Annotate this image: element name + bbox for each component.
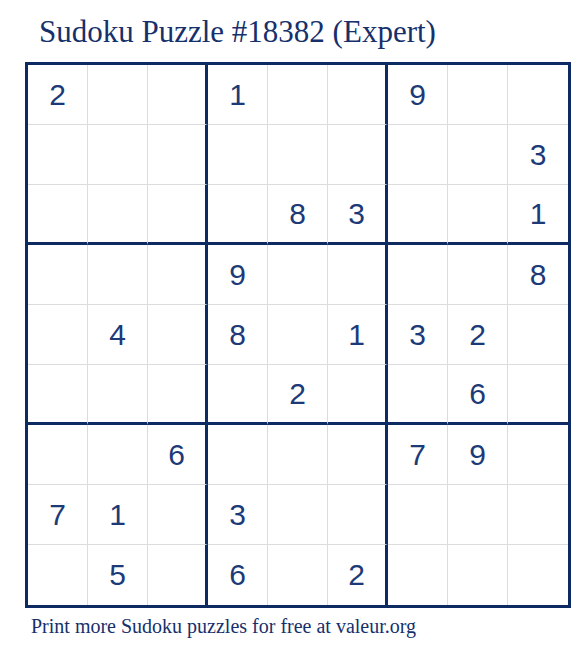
- cell-r1c7[interactable]: 9: [388, 65, 448, 125]
- cell-r9c8[interactable]: [448, 545, 508, 605]
- cell-r2c1[interactable]: [28, 125, 88, 185]
- given-digit: 1: [109, 498, 126, 532]
- cell-r8c4[interactable]: 3: [208, 485, 268, 545]
- cell-r8c6[interactable]: [328, 485, 388, 545]
- cell-r7c6[interactable]: [328, 425, 388, 485]
- cell-r7c9[interactable]: [508, 425, 568, 485]
- cell-r3c3[interactable]: [148, 185, 208, 245]
- cell-r5c7[interactable]: 3: [388, 305, 448, 365]
- cell-r3c2[interactable]: [88, 185, 148, 245]
- cell-r2c2[interactable]: [88, 125, 148, 185]
- given-digit: 2: [49, 78, 66, 112]
- cell-r2c4[interactable]: [208, 125, 268, 185]
- cell-r3c5[interactable]: 8: [268, 185, 328, 245]
- cell-r6c4[interactable]: [208, 365, 268, 425]
- cell-r1c3[interactable]: [148, 65, 208, 125]
- cell-r1c1[interactable]: 2: [28, 65, 88, 125]
- cell-r9c2[interactable]: 5: [88, 545, 148, 605]
- given-digit: 3: [530, 138, 547, 172]
- cell-r5c4[interactable]: 8: [208, 305, 268, 365]
- cell-r4c7[interactable]: [388, 245, 448, 305]
- given-digit: 2: [469, 318, 486, 352]
- cell-r5c6[interactable]: 1: [328, 305, 388, 365]
- given-digit: 8: [289, 197, 306, 231]
- given-digit: 2: [348, 558, 365, 592]
- cell-r8c7[interactable]: [388, 485, 448, 545]
- cell-r1c4[interactable]: 1: [208, 65, 268, 125]
- cell-r6c8[interactable]: 6: [448, 365, 508, 425]
- cell-r4c3[interactable]: [148, 245, 208, 305]
- cell-r8c9[interactable]: [508, 485, 568, 545]
- cell-r2c9[interactable]: 3: [508, 125, 568, 185]
- cell-r7c2[interactable]: [88, 425, 148, 485]
- cell-r5c3[interactable]: [148, 305, 208, 365]
- cell-r3c8[interactable]: [448, 185, 508, 245]
- given-digit: 1: [348, 318, 365, 352]
- cell-r8c8[interactable]: [448, 485, 508, 545]
- given-digit: 9: [469, 438, 486, 472]
- cell-r9c9[interactable]: [508, 545, 568, 605]
- footer-text: Print more Sudoku puzzles for free at va…: [31, 615, 416, 638]
- cell-r2c6[interactable]: [328, 125, 388, 185]
- given-digit: 3: [409, 318, 426, 352]
- cell-r9c7[interactable]: [388, 545, 448, 605]
- cell-r5c9[interactable]: [508, 305, 568, 365]
- cell-r6c7[interactable]: [388, 365, 448, 425]
- cell-r7c4[interactable]: [208, 425, 268, 485]
- cell-r4c6[interactable]: [328, 245, 388, 305]
- given-digit: 3: [229, 498, 246, 532]
- cell-r9c5[interactable]: [268, 545, 328, 605]
- given-digit: 9: [409, 78, 426, 112]
- cell-r8c2[interactable]: 1: [88, 485, 148, 545]
- cell-r6c2[interactable]: [88, 365, 148, 425]
- given-digit: 5: [109, 558, 126, 592]
- given-digit: 6: [469, 377, 486, 411]
- cell-r7c5[interactable]: [268, 425, 328, 485]
- given-digit: 3: [348, 197, 365, 231]
- cell-r1c2[interactable]: [88, 65, 148, 125]
- given-digit: 9: [229, 258, 246, 292]
- cell-r1c6[interactable]: [328, 65, 388, 125]
- cell-r5c1[interactable]: [28, 305, 88, 365]
- sudoku-page: Sudoku Puzzle #18382 (Expert) 2193831984…: [0, 0, 580, 651]
- cell-r5c5[interactable]: [268, 305, 328, 365]
- cell-r6c3[interactable]: [148, 365, 208, 425]
- cell-r3c9[interactable]: 1: [508, 185, 568, 245]
- given-digit: 7: [409, 438, 426, 472]
- given-digit: 7: [49, 498, 66, 532]
- cell-r3c1[interactable]: [28, 185, 88, 245]
- cell-r8c3[interactable]: [148, 485, 208, 545]
- given-digit: 8: [530, 258, 547, 292]
- cell-r5c8[interactable]: 2: [448, 305, 508, 365]
- cell-r6c9[interactable]: [508, 365, 568, 425]
- cell-r7c3[interactable]: 6: [148, 425, 208, 485]
- cell-r8c5[interactable]: [268, 485, 328, 545]
- cell-r2c7[interactable]: [388, 125, 448, 185]
- sudoku-grid: 2193831984813226679713562: [25, 62, 571, 608]
- cell-r7c8[interactable]: 9: [448, 425, 508, 485]
- cell-r9c1[interactable]: [28, 545, 88, 605]
- given-digit: 1: [530, 197, 547, 231]
- given-digit: 6: [168, 438, 185, 472]
- given-digit: 2: [289, 377, 306, 411]
- cell-r3c4[interactable]: [208, 185, 268, 245]
- cell-r4c4[interactable]: 9: [208, 245, 268, 305]
- cell-r6c5[interactable]: 2: [268, 365, 328, 425]
- cell-r3c7[interactable]: [388, 185, 448, 245]
- cell-r9c4[interactable]: 6: [208, 545, 268, 605]
- cell-r1c9[interactable]: [508, 65, 568, 125]
- cell-r8c1[interactable]: 7: [28, 485, 88, 545]
- cell-r6c1[interactable]: [28, 365, 88, 425]
- cell-r6c6[interactable]: [328, 365, 388, 425]
- cell-r9c3[interactable]: [148, 545, 208, 605]
- cell-r4c5[interactable]: [268, 245, 328, 305]
- given-digit: 1: [229, 78, 246, 112]
- given-digit: 8: [229, 318, 246, 352]
- cell-r1c5[interactable]: [268, 65, 328, 125]
- cell-r4c8[interactable]: [448, 245, 508, 305]
- cell-r3c6[interactable]: 3: [328, 185, 388, 245]
- cell-r4c2[interactable]: [88, 245, 148, 305]
- cell-r2c5[interactable]: [268, 125, 328, 185]
- cell-r9c6[interactable]: 2: [328, 545, 388, 605]
- cell-r4c1[interactable]: [28, 245, 88, 305]
- page-title: Sudoku Puzzle #18382 (Expert): [39, 14, 436, 50]
- cell-r1c8[interactable]: [448, 65, 508, 125]
- cell-r2c8[interactable]: [448, 125, 508, 185]
- given-digit: 6: [229, 558, 246, 592]
- cell-r7c7[interactable]: 7: [388, 425, 448, 485]
- cell-r2c3[interactable]: [148, 125, 208, 185]
- cell-r7c1[interactable]: [28, 425, 88, 485]
- given-digit: 4: [109, 318, 126, 352]
- cell-r4c9[interactable]: 8: [508, 245, 568, 305]
- cell-r5c2[interactable]: 4: [88, 305, 148, 365]
